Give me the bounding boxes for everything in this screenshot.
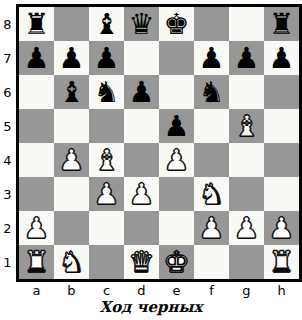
black-pawn-icon: ♟ <box>164 112 190 141</box>
square-a7[interactable]: ♟ <box>19 41 54 75</box>
rank-label-8: 8 <box>0 7 15 41</box>
square-a3[interactable] <box>19 177 54 211</box>
square-f4[interactable] <box>194 143 229 177</box>
square-h8[interactable]: ♜ <box>264 7 299 41</box>
white-pawn-icon: ♟ <box>59 146 85 175</box>
black-bishop-icon: ♝ <box>94 10 120 39</box>
square-c6[interactable]: ♞ <box>89 75 124 109</box>
black-king-icon: ♚ <box>164 10 190 39</box>
rank-label-4: 4 <box>0 143 15 177</box>
square-g1[interactable] <box>229 245 264 279</box>
square-h4[interactable] <box>264 143 299 177</box>
square-f5[interactable] <box>194 109 229 143</box>
square-e4[interactable]: ♟ <box>159 143 194 177</box>
square-d5[interactable] <box>124 109 159 143</box>
file-label-c: c <box>89 283 124 298</box>
square-d2[interactable] <box>124 211 159 245</box>
file-label-e: e <box>159 283 194 298</box>
square-f6[interactable]: ♞ <box>194 75 229 109</box>
file-label-g: g <box>229 283 264 298</box>
square-g6[interactable] <box>229 75 264 109</box>
square-b6[interactable]: ♝ <box>54 75 89 109</box>
square-a8[interactable]: ♜ <box>19 7 54 41</box>
square-b4[interactable]: ♟ <box>54 143 89 177</box>
square-c7[interactable]: ♟ <box>89 41 124 75</box>
square-f3[interactable]: ♞ <box>194 177 229 211</box>
square-e1[interactable]: ♚ <box>159 245 194 279</box>
rank-label-6: 6 <box>0 75 15 109</box>
square-e8[interactable]: ♚ <box>159 7 194 41</box>
square-h2[interactable]: ♟ <box>264 211 299 245</box>
white-knight-icon: ♞ <box>59 248 85 277</box>
file-label-h: h <box>264 283 299 298</box>
white-queen-icon: ♛ <box>129 248 155 277</box>
white-pawn-icon: ♟ <box>234 214 260 243</box>
square-e3[interactable] <box>159 177 194 211</box>
rank-label-2: 2 <box>0 211 15 245</box>
white-knight-icon: ♞ <box>199 180 225 209</box>
square-h5[interactable] <box>264 109 299 143</box>
white-king-icon: ♚ <box>164 248 190 277</box>
square-f2[interactable]: ♟ <box>194 211 229 245</box>
square-b5[interactable] <box>54 109 89 143</box>
square-a6[interactable] <box>19 75 54 109</box>
black-pawn-icon: ♟ <box>59 44 85 73</box>
square-g2[interactable]: ♟ <box>229 211 264 245</box>
square-d7[interactable] <box>124 41 159 75</box>
square-f1[interactable] <box>194 245 229 279</box>
white-pawn-icon: ♟ <box>164 146 190 175</box>
square-g7[interactable]: ♟ <box>229 41 264 75</box>
file-labels: abcdefgh <box>19 283 299 298</box>
white-pawn-icon: ♟ <box>94 180 120 209</box>
white-rook-icon: ♜ <box>24 248 50 277</box>
white-bishop-icon: ♝ <box>94 146 120 175</box>
square-h3[interactable] <box>264 177 299 211</box>
black-rook-icon: ♜ <box>269 10 295 39</box>
black-knight-icon: ♞ <box>199 78 225 107</box>
white-pawn-icon: ♟ <box>24 214 50 243</box>
square-h7[interactable]: ♟ <box>264 41 299 75</box>
black-pawn-icon: ♟ <box>24 44 50 73</box>
black-pawn-icon: ♟ <box>199 44 225 73</box>
white-bishop-icon: ♝ <box>234 112 260 141</box>
square-d8[interactable]: ♛ <box>124 7 159 41</box>
square-b2[interactable] <box>54 211 89 245</box>
file-label-a: a <box>19 283 54 298</box>
square-b8[interactable] <box>54 7 89 41</box>
white-pawn-icon: ♟ <box>129 180 155 209</box>
square-d3[interactable]: ♟ <box>124 177 159 211</box>
square-g4[interactable] <box>229 143 264 177</box>
square-a5[interactable] <box>19 109 54 143</box>
square-a2[interactable]: ♟ <box>19 211 54 245</box>
black-pawn-icon: ♟ <box>234 44 260 73</box>
square-b1[interactable]: ♞ <box>54 245 89 279</box>
rank-label-5: 5 <box>0 109 15 143</box>
square-c8[interactable]: ♝ <box>89 7 124 41</box>
square-e2[interactable] <box>159 211 194 245</box>
square-g3[interactable] <box>229 177 264 211</box>
square-h6[interactable] <box>264 75 299 109</box>
white-pawn-icon: ♟ <box>199 214 225 243</box>
rank-label-1: 1 <box>0 245 15 279</box>
file-label-b: b <box>54 283 89 298</box>
chess-diagram: 87654321 ♜♝♛♚♜♟♟♟♟♟♟♝♞♟♞♟♝♟♝♟♟♟♞♟♟♟♟♜♞♛♚… <box>0 0 302 320</box>
black-rook-icon: ♜ <box>24 10 50 39</box>
square-g5[interactable]: ♝ <box>229 109 264 143</box>
file-label-d: d <box>124 283 159 298</box>
square-g8[interactable] <box>229 7 264 41</box>
white-rook-icon: ♜ <box>269 248 295 277</box>
square-d4[interactable] <box>124 143 159 177</box>
black-knight-icon: ♞ <box>94 78 120 107</box>
square-f7[interactable]: ♟ <box>194 41 229 75</box>
square-b7[interactable]: ♟ <box>54 41 89 75</box>
black-queen-icon: ♛ <box>129 10 155 39</box>
square-e5[interactable]: ♟ <box>159 109 194 143</box>
square-e7[interactable] <box>159 41 194 75</box>
rank-labels: 87654321 <box>0 7 15 279</box>
white-pawn-icon: ♟ <box>269 214 295 243</box>
square-b3[interactable] <box>54 177 89 211</box>
square-c2[interactable] <box>89 211 124 245</box>
rank-label-3: 3 <box>0 177 15 211</box>
black-pawn-icon: ♟ <box>94 44 120 73</box>
black-pawn-icon: ♟ <box>129 78 155 107</box>
square-d1[interactable]: ♛ <box>124 245 159 279</box>
square-c4[interactable]: ♝ <box>89 143 124 177</box>
black-pawn-icon: ♟ <box>269 44 295 73</box>
rank-label-7: 7 <box>0 41 15 75</box>
square-d6[interactable]: ♟ <box>124 75 159 109</box>
square-c1[interactable] <box>89 245 124 279</box>
square-h1[interactable]: ♜ <box>264 245 299 279</box>
square-f8[interactable] <box>194 7 229 41</box>
square-e6[interactable] <box>159 75 194 109</box>
square-a4[interactable] <box>19 143 54 177</box>
square-a1[interactable]: ♜ <box>19 245 54 279</box>
square-c5[interactable] <box>89 109 124 143</box>
chess-board: ♜♝♛♚♜♟♟♟♟♟♟♝♞♟♞♟♝♟♝♟♟♟♞♟♟♟♟♜♞♛♚♜ <box>16 4 302 282</box>
black-bishop-icon: ♝ <box>59 78 85 107</box>
side-to-move-caption: Ход черных <box>0 298 302 316</box>
square-c3[interactable]: ♟ <box>89 177 124 211</box>
file-label-f: f <box>194 283 229 298</box>
